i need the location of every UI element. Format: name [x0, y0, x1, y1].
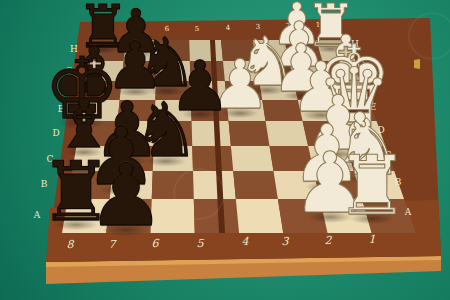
black-pawn-a7[interactable]: ♟	[87, 152, 164, 238]
square-d4	[229, 121, 270, 146]
square-a4	[236, 199, 283, 233]
chessboard-photo: 8765432187654321ABCDEFGHABCDEFGH ♟♜♜♟♟♝♞…	[0, 0, 450, 300]
square-b5	[193, 171, 236, 199]
square-c4	[231, 146, 274, 171]
brass-clasp-icon	[414, 59, 420, 69]
white-rook-a1[interactable]: ♜	[335, 145, 409, 227]
square-b4	[233, 171, 278, 199]
square-a5	[194, 199, 239, 233]
